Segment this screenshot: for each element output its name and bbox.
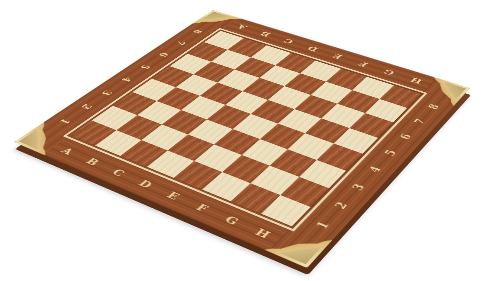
chess-board: AABBCCDDEEFFGGHH8877665544332211 [14, 10, 470, 268]
product-photo-scene: AABBCCDDEEFFGGHH8877665544332211 [0, 0, 500, 281]
